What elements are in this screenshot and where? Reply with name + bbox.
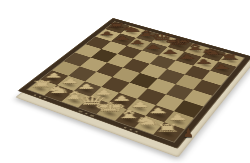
square-g2: ♟ [145, 105, 174, 123]
square-e3 [119, 83, 147, 99]
piece-white-queen-d1: ♛ [68, 95, 116, 107]
square-g4 [166, 84, 194, 100]
square-f2: ♟ [126, 99, 155, 116]
square-h5 [193, 80, 220, 96]
square-g1: ♞ [134, 116, 164, 135]
piece-white-pawn-e2: ♟ [98, 95, 145, 102]
piece-white-bishop-f1: ♝ [104, 109, 153, 120]
square-f1: ♝ [115, 109, 145, 127]
piece-white-pawn-g2: ♟ [134, 107, 183, 115]
square-g5 [175, 74, 202, 89]
square-d3 [102, 77, 130, 93]
piece-black-pawn-h7: ♟ [200, 64, 245, 70]
photo-canvas: ∙∙∙ ≈∙≈ ∙∙∙ ♜♞♝♛♚♝♞♜♟♟♟♟♟♟♟♟♟♟♟♟♟♟♟♟♜♞♝♛… [0, 0, 250, 163]
square-e2: ♟ [108, 93, 137, 110]
square-d1: ♛ [79, 97, 109, 114]
piece-white-king-e1: ♚ [86, 101, 135, 114]
square-h7: ♟ [211, 62, 237, 76]
square-h3 [175, 100, 204, 117]
square-f3 [137, 88, 165, 104]
piece-white-pawn-f2: ♟ [116, 101, 164, 109]
piece-white-knight-g1: ♞ [123, 116, 173, 127]
square-b1: ♞ [44, 85, 73, 101]
square-g3 [156, 94, 185, 111]
square-e1: ♚ [96, 103, 126, 121]
square-h1: ♜ [154, 122, 185, 141]
spare-dark-pawn-icon: ♟ [183, 127, 194, 139]
chess-board-grid: ♜♞♝♛♚♝♞♜♟♟♟♟♟♟♟♟♟♟♟♟♟♟♟♟♜♞♝♛♚♝♞♜ [28, 22, 244, 142]
square-f4 [148, 78, 176, 94]
square-h4 [184, 90, 212, 107]
board-border: ∙∙∙ ≈∙≈ ∙∙∙ ♜♞♝♛♚♝♞♜♟♟♟♟♟♟♟♟♟♟♟♟♟♟♟♟♜♞♝♛… [17, 18, 250, 149]
square-d2: ♟ [90, 87, 119, 103]
square-a1: ♜ [28, 80, 57, 96]
piece-white-pawn-h2: ♟ [153, 114, 203, 122]
chess-board: ∙∙∙ ≈∙≈ ∙∙∙ ♜♞♝♛♚♝♞♜♟♟♟♟♟♟♟♟♟♟♟♟♟♟♟♟♜♞♝♛… [17, 18, 250, 149]
square-e4 [130, 73, 157, 88]
piece-white-bishop-c1: ♝ [51, 90, 99, 100]
